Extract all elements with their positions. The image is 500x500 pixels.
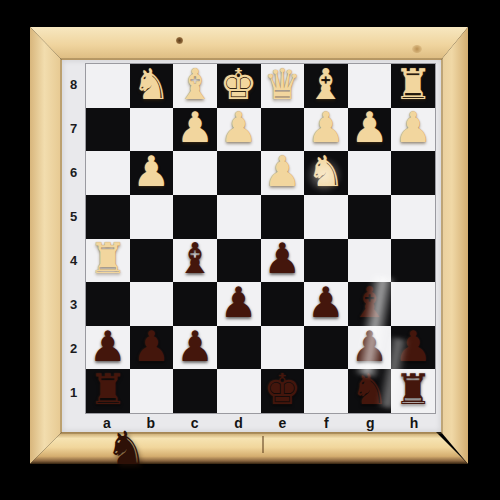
black-pawn-f3[interactable]: ♟ <box>307 282 345 324</box>
square-h1[interactable]: ♜ <box>391 369 435 413</box>
tray-black-knight[interactable]: ♞ <box>96 421 156 471</box>
file-label-f: f <box>304 414 348 432</box>
white-pawn-e6[interactable]: ♟ <box>263 151 301 193</box>
black-knight-g1[interactable]: ♞ <box>351 369 389 411</box>
white-rook-h8[interactable]: ♜ <box>394 64 432 106</box>
square-a1[interactable]: ♜ <box>86 369 130 413</box>
rank-label-8: 8 <box>62 63 85 107</box>
square-h4[interactable] <box>391 239 435 283</box>
file-label-c: c <box>173 414 217 432</box>
square-g2[interactable]: ♟ <box>348 326 392 370</box>
square-c6[interactable] <box>173 151 217 195</box>
rank-label-1: 1 <box>62 370 85 414</box>
square-d3[interactable]: ♟ <box>217 282 261 326</box>
wooden-frame: 87654321 abcdefgh ♞♝♚♛♝♜♟♟♟♟♟♟♟♞♜♝♟♟♟♝♟♟… <box>30 27 468 464</box>
black-king-e1[interactable]: ♚ <box>263 369 301 411</box>
square-c1[interactable] <box>173 369 217 413</box>
square-e3[interactable] <box>261 282 305 326</box>
square-c3[interactable] <box>173 282 217 326</box>
square-g8[interactable] <box>348 64 392 108</box>
white-knight-b8[interactable]: ♞ <box>133 64 171 106</box>
square-e2[interactable] <box>261 326 305 370</box>
square-g4[interactable] <box>348 239 392 283</box>
square-c8[interactable]: ♝ <box>173 64 217 108</box>
square-g3[interactable]: ♝ <box>348 282 392 326</box>
square-e4[interactable]: ♟ <box>261 239 305 283</box>
square-c4[interactable]: ♝ <box>173 239 217 283</box>
black-pawn-g2[interactable]: ♟ <box>351 326 389 368</box>
square-b4[interactable] <box>130 239 174 283</box>
white-king-d8[interactable]: ♚ <box>220 64 258 106</box>
square-d1[interactable] <box>217 369 261 413</box>
square-a2[interactable]: ♟ <box>86 326 130 370</box>
wood-knot <box>412 45 422 53</box>
square-b2[interactable]: ♟ <box>130 326 174 370</box>
square-g7[interactable]: ♟ <box>348 108 392 152</box>
square-e6[interactable]: ♟ <box>261 151 305 195</box>
square-b3[interactable] <box>130 282 174 326</box>
white-pawn-c7[interactable]: ♟ <box>176 107 214 149</box>
square-g6[interactable] <box>348 151 392 195</box>
file-label-e: e <box>261 414 305 432</box>
square-b6[interactable]: ♟ <box>130 151 174 195</box>
square-b5[interactable] <box>130 195 174 239</box>
square-e8[interactable]: ♛ <box>261 64 305 108</box>
square-h8[interactable]: ♜ <box>391 64 435 108</box>
white-queen-e8[interactable]: ♛ <box>263 64 301 106</box>
frame-top-bar <box>30 27 468 60</box>
square-f6[interactable]: ♞ <box>304 151 348 195</box>
square-a4[interactable]: ♜ <box>86 239 130 283</box>
black-bishop-c4[interactable]: ♝ <box>176 238 214 280</box>
white-bishop-c8[interactable]: ♝ <box>176 64 214 106</box>
white-pawn-h7[interactable]: ♟ <box>394 107 432 149</box>
square-h7[interactable]: ♟ <box>391 108 435 152</box>
file-label-g: g <box>348 414 392 432</box>
square-g1[interactable]: ♞ <box>348 369 392 413</box>
black-pawn-a2[interactable]: ♟ <box>89 326 127 368</box>
square-d8[interactable]: ♚ <box>217 64 261 108</box>
black-pawn-d3[interactable]: ♟ <box>220 282 258 324</box>
square-d7[interactable]: ♟ <box>217 108 261 152</box>
square-d5[interactable] <box>217 195 261 239</box>
rank-label-3: 3 <box>62 282 85 326</box>
product-photo: 87654321 abcdefgh ♞♝♚♛♝♜♟♟♟♟♟♟♟♞♜♝♟♟♟♝♟♟… <box>0 0 500 500</box>
black-pawn-h2[interactable]: ♟ <box>394 326 432 368</box>
black-pawn-c2[interactable]: ♟ <box>176 326 214 368</box>
square-e5[interactable] <box>261 195 305 239</box>
square-b7[interactable] <box>130 108 174 152</box>
square-a7[interactable] <box>86 108 130 152</box>
board-panel: 87654321 abcdefgh ♞♝♚♛♝♜♟♟♟♟♟♟♟♞♜♝♟♟♟♝♟♟… <box>62 60 441 432</box>
rank-label-6: 6 <box>62 151 85 195</box>
rank-label-5: 5 <box>62 195 85 239</box>
rank-label-4: 4 <box>62 239 85 283</box>
white-pawn-b6[interactable]: ♟ <box>133 151 171 193</box>
white-rook-a4[interactable]: ♜ <box>89 238 127 280</box>
square-h3[interactable] <box>391 282 435 326</box>
white-bishop-f8[interactable]: ♝ <box>307 64 345 106</box>
file-label-d: d <box>217 414 261 432</box>
square-d2[interactable] <box>217 326 261 370</box>
white-knight-f6[interactable]: ♞ <box>307 151 345 193</box>
black-rook-h1[interactable]: ♜ <box>394 369 432 411</box>
square-g5[interactable] <box>348 195 392 239</box>
square-f2[interactable] <box>304 326 348 370</box>
file-label-h: h <box>392 414 436 432</box>
square-b1[interactable] <box>130 369 174 413</box>
square-c7[interactable]: ♟ <box>173 108 217 152</box>
square-f5[interactable] <box>304 195 348 239</box>
black-bishop-g3[interactable]: ♝ <box>351 282 389 324</box>
white-pawn-g7[interactable]: ♟ <box>351 107 389 149</box>
chess-board: ♞♝♚♛♝♜♟♟♟♟♟♟♟♞♜♝♟♟♟♝♟♟♟♟♟♜♚♞♜ <box>85 63 436 414</box>
black-pawn-b2[interactable]: ♟ <box>133 326 171 368</box>
wood-knot <box>176 37 183 44</box>
square-a8[interactable] <box>86 64 130 108</box>
square-a6[interactable] <box>86 151 130 195</box>
square-h2[interactable]: ♟ <box>391 326 435 370</box>
square-c2[interactable]: ♟ <box>173 326 217 370</box>
square-h6[interactable] <box>391 151 435 195</box>
square-a5[interactable] <box>86 195 130 239</box>
square-f8[interactable]: ♝ <box>304 64 348 108</box>
square-f3[interactable]: ♟ <box>304 282 348 326</box>
tray-divider <box>262 436 264 453</box>
square-b8[interactable]: ♞ <box>130 64 174 108</box>
square-e7[interactable] <box>261 108 305 152</box>
rank-label-7: 7 <box>62 107 85 151</box>
square-d6[interactable] <box>217 151 261 195</box>
black-pawn-e4[interactable]: ♟ <box>263 238 301 280</box>
white-pawn-d7[interactable]: ♟ <box>220 107 258 149</box>
square-h5[interactable] <box>391 195 435 239</box>
frame-left-bar <box>30 27 62 464</box>
square-f1[interactable] <box>304 369 348 413</box>
black-rook-a1[interactable]: ♜ <box>89 369 127 411</box>
rank-label-2: 2 <box>62 326 85 370</box>
square-a3[interactable] <box>86 282 130 326</box>
rank-labels: 87654321 <box>62 63 85 414</box>
white-pawn-f7[interactable]: ♟ <box>307 107 345 149</box>
square-c5[interactable] <box>173 195 217 239</box>
square-d4[interactable] <box>217 239 261 283</box>
frame-right-bar <box>441 27 468 464</box>
square-e1[interactable]: ♚ <box>261 369 305 413</box>
square-f4[interactable] <box>304 239 348 283</box>
square-f7[interactable]: ♟ <box>304 108 348 152</box>
